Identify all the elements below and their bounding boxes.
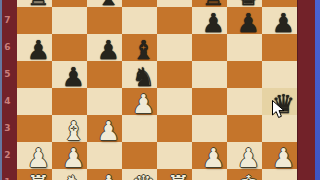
board-square-f6[interactable] — [192, 34, 227, 61]
chess-piece-white-pawn-d4[interactable]: ♟ — [126, 91, 161, 118]
chess-piece-black-bishop-c8[interactable]: ♝ — [91, 0, 126, 10]
board-square-e6[interactable] — [157, 34, 192, 61]
board-square-c7[interactable] — [87, 7, 122, 34]
board-square-f4[interactable] — [192, 88, 227, 115]
chess-piece-white-rook-e1[interactable]: ♜ — [161, 172, 196, 180]
board-square-c4[interactable] — [87, 88, 122, 115]
board-square-b8[interactable] — [52, 0, 87, 7]
board-square-h8[interactable] — [262, 0, 297, 7]
chess-piece-white-king-g1[interactable]: ♚ — [231, 172, 266, 180]
chess-board[interactable]: ♜♝♜♚♟♟♟♟♟♝♟♞♟♛♝♟♟♟♟♟♟♜♞♝♛♜♚ — [17, 0, 297, 180]
board-square-d2[interactable] — [122, 142, 157, 169]
rank-label-5: 5 — [0, 70, 15, 79]
chess-piece-white-rook-a1[interactable]: ♜ — [21, 172, 56, 180]
chess-piece-black-pawn-f7[interactable]: ♟ — [196, 10, 231, 37]
chess-piece-white-bishop-c1[interactable]: ♝ — [91, 172, 126, 180]
board-square-h5[interactable] — [262, 61, 297, 88]
rank-label-7: 7 — [0, 16, 15, 25]
rank-label-1: 1 — [0, 178, 15, 180]
chess-piece-black-rook-a8[interactable]: ♜ — [21, 0, 56, 10]
board-square-g3[interactable] — [227, 115, 262, 142]
chess-piece-black-knight-d5[interactable]: ♞ — [126, 64, 161, 91]
board-square-g5[interactable] — [227, 61, 262, 88]
chess-app-window: ♜♝♜♚♟♟♟♟♟♝♟♞♟♛♝♟♟♟♟♟♟♜♞♝♛♜♚ 7654321 — [0, 0, 320, 180]
chess-piece-white-bishop-b3[interactable]: ♝ — [56, 118, 91, 145]
board-square-b4[interactable] — [52, 88, 87, 115]
board-square-d8[interactable] — [122, 0, 157, 7]
chess-piece-white-pawn-h2[interactable]: ♟ — [266, 145, 297, 172]
board-square-a3[interactable] — [17, 115, 52, 142]
chess-piece-black-pawn-b5[interactable]: ♟ — [56, 64, 91, 91]
rank-label-6: 6 — [0, 43, 15, 52]
board-square-e4[interactable] — [157, 88, 192, 115]
board-square-b7[interactable] — [52, 7, 87, 34]
board-square-d7[interactable] — [122, 7, 157, 34]
board-square-b6[interactable] — [52, 34, 87, 61]
chess-piece-black-bishop-d6[interactable]: ♝ — [126, 37, 161, 64]
board-square-h3[interactable] — [262, 115, 297, 142]
window-background-strip — [315, 0, 320, 180]
board-square-g6[interactable] — [227, 34, 262, 61]
chess-piece-white-pawn-b2[interactable]: ♟ — [56, 145, 91, 172]
rank-label-4: 4 — [0, 97, 15, 106]
board-square-e8[interactable] — [157, 0, 192, 7]
board-square-c2[interactable] — [87, 142, 122, 169]
chess-piece-black-pawn-a6[interactable]: ♟ — [21, 37, 56, 64]
rank-label-2: 2 — [0, 151, 15, 160]
board-square-a5[interactable] — [17, 61, 52, 88]
board-square-e2[interactable] — [157, 142, 192, 169]
board-square-a7[interactable] — [17, 7, 52, 34]
chess-piece-white-pawn-f2[interactable]: ♟ — [196, 145, 231, 172]
board-square-e7[interactable] — [157, 7, 192, 34]
chess-piece-black-pawn-c6[interactable]: ♟ — [91, 37, 126, 64]
chess-piece-black-pawn-g7[interactable]: ♟ — [231, 10, 266, 37]
chess-piece-white-pawn-g2[interactable]: ♟ — [231, 145, 266, 172]
board-square-c5[interactable] — [87, 61, 122, 88]
chess-piece-white-queen-d1[interactable]: ♛ — [126, 172, 161, 180]
board-right-border — [297, 0, 316, 180]
rank-label-3: 3 — [0, 124, 15, 133]
board-square-e3[interactable] — [157, 115, 192, 142]
board-square-e5[interactable] — [157, 61, 192, 88]
chess-piece-white-pawn-c3[interactable]: ♟ — [91, 118, 126, 145]
board-square-d3[interactable] — [122, 115, 157, 142]
chess-piece-black-pawn-h7[interactable]: ♟ — [266, 10, 297, 37]
board-square-a4[interactable] — [17, 88, 52, 115]
board-square-f3[interactable] — [192, 115, 227, 142]
board-square-g4[interactable] — [227, 88, 262, 115]
chess-piece-white-pawn-a2[interactable]: ♟ — [21, 145, 56, 172]
chess-piece-white-knight-b1[interactable]: ♞ — [56, 172, 91, 180]
chess-piece-black-queen-h4[interactable]: ♛ — [266, 91, 297, 118]
board-square-f5[interactable] — [192, 61, 227, 88]
board-square-h6[interactable] — [262, 34, 297, 61]
